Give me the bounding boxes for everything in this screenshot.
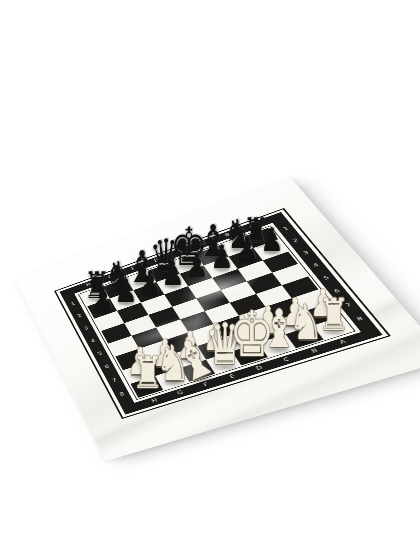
- board-plane: HGFEDCBA HGFEDCBA 12345678 12345678: [54, 208, 391, 419]
- product-photo-stage: HGFEDCBA HGFEDCBA 12345678 12345678 ♜♞♝♛…: [0, 0, 420, 560]
